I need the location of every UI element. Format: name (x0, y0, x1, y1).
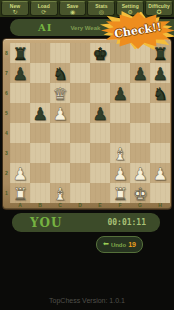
square-d5[interactable] (70, 103, 90, 123)
black-king-e8[interactable]: ♚ (90, 45, 110, 64)
square-a6[interactable] (10, 83, 30, 103)
square-e5[interactable]: ♟ (90, 103, 110, 123)
square-d2[interactable] (70, 163, 90, 183)
square-f4[interactable] (110, 123, 130, 143)
black-knight-h6[interactable]: ♞ (150, 85, 170, 104)
square-d8[interactable] (70, 43, 90, 63)
rank-label-2: 2 (3, 163, 10, 183)
stats-icon: ◎ (99, 9, 104, 15)
white-pawn-f2[interactable]: ♟ (110, 165, 130, 184)
square-g1[interactable]: ♚ (130, 183, 150, 203)
toolbar-button-load[interactable]: Load⟳ (30, 1, 58, 16)
white-rook-a1[interactable]: ♜ (10, 185, 30, 204)
square-a2[interactable]: ♟ (10, 163, 30, 183)
square-d6[interactable] (70, 83, 90, 103)
white-rook-f1[interactable]: ♜ (110, 185, 130, 204)
white-bishop-f3[interactable]: ♝ (110, 145, 130, 164)
file-label-h: H (150, 201, 170, 209)
square-h4[interactable] (150, 123, 170, 143)
square-h8[interactable]: ♜ (150, 43, 170, 63)
square-e6[interactable] (90, 83, 110, 103)
square-e1[interactable] (90, 183, 110, 203)
square-a7[interactable]: ♟ (10, 63, 30, 83)
black-pawn-e5[interactable]: ♟ (90, 105, 110, 124)
you-timer: 00:01:11 (107, 218, 146, 227)
undo-button[interactable]: ⬅ Undo 19 (96, 236, 143, 253)
square-c7[interactable]: ♞ (50, 63, 70, 83)
white-queen-c6[interactable]: ♛ (50, 85, 70, 104)
rank-label-8: 8 (3, 43, 10, 63)
square-h3[interactable] (150, 143, 170, 163)
square-c8[interactable] (50, 43, 70, 63)
black-knight-c7[interactable]: ♞ (50, 65, 70, 84)
black-pawn-g7[interactable]: ♟ (130, 65, 150, 84)
rank-label-4: 4 (3, 123, 10, 143)
chess-board[interactable]: ♜♚♜♟♞♟♟♛♟♞♟♟♟♝♟♟♟♟♜♝♜♚ (10, 43, 170, 203)
square-e3[interactable] (90, 143, 110, 163)
toolbar-button-setting[interactable]: Setting⚙ (116, 1, 144, 16)
square-g2[interactable]: ♟ (130, 163, 150, 183)
square-c4[interactable] (50, 123, 70, 143)
square-f5[interactable] (110, 103, 130, 123)
rank-label-5: 5 (3, 103, 10, 123)
square-a4[interactable] (10, 123, 30, 143)
white-pawn-c5[interactable]: ♟ (50, 105, 70, 124)
toolbar-button-stats[interactable]: Stats◎ (87, 1, 115, 16)
square-b4[interactable] (30, 123, 50, 143)
square-a1[interactable]: ♜ (10, 183, 30, 203)
square-g8[interactable] (130, 43, 150, 63)
rank-label-3: 3 (3, 143, 10, 163)
square-c3[interactable] (50, 143, 70, 163)
ai-timer: 0 (110, 24, 114, 31)
toolbar-button-new[interactable]: New↻ (1, 1, 29, 16)
square-b3[interactable] (30, 143, 50, 163)
square-g3[interactable] (130, 143, 150, 163)
load-icon: ⟳ (41, 9, 46, 15)
white-king-g1[interactable]: ♚ (130, 185, 150, 204)
square-h1[interactable] (150, 183, 170, 203)
square-h7[interactable]: ♟ (150, 63, 170, 83)
you-player-label: YOU (30, 216, 62, 230)
white-pawn-a2[interactable]: ♟ (10, 165, 30, 184)
square-d4[interactable] (70, 123, 90, 143)
square-e2[interactable] (90, 163, 110, 183)
square-b2[interactable] (30, 163, 50, 183)
version-text: TopChess Version: 1.0.1 (0, 297, 174, 304)
ai-player-label: AI (38, 22, 52, 33)
you-player-bar: YOU 00:01:11 (12, 213, 160, 232)
difficulty-icon: ✪ (157, 9, 162, 15)
toolbar-button-difficulty[interactable]: Difficulty✪ (145, 1, 173, 16)
square-d3[interactable] (70, 143, 90, 163)
file-label-b: B (30, 201, 50, 209)
undo-count: 19 (128, 241, 136, 248)
black-pawn-h7[interactable]: ♟ (150, 65, 170, 84)
chess-board-frame: 87654321 ♜♚♜♟♞♟♟♛♟♞♟♟♟♝♟♟♟♟♜♝♜♚ ABCDEFGH (2, 38, 172, 210)
square-h5[interactable] (150, 103, 170, 123)
square-b5[interactable]: ♟ (30, 103, 50, 123)
square-b8[interactable] (30, 43, 50, 63)
square-c1[interactable]: ♝ (50, 183, 70, 203)
black-pawn-a7[interactable]: ♟ (10, 65, 30, 84)
square-b6[interactable] (30, 83, 50, 103)
square-g7[interactable]: ♟ (130, 63, 150, 83)
app-screen: New↻Load⟳Save◉Stats◎Setting⚙Difficulty✪ … (0, 0, 174, 310)
square-g6[interactable] (130, 83, 150, 103)
square-a3[interactable] (10, 143, 30, 163)
square-f7[interactable] (110, 63, 130, 83)
ai-difficulty-label: Very Weak (70, 25, 100, 31)
square-a5[interactable] (10, 103, 30, 123)
new-icon: ↻ (12, 9, 17, 15)
square-g4[interactable] (130, 123, 150, 143)
rank-label-7: 7 (3, 63, 10, 83)
square-f6[interactable]: ♟ (110, 83, 130, 103)
file-label-d: D (70, 201, 90, 209)
rank-labels: 87654321 (3, 43, 10, 203)
save-icon: ◉ (70, 9, 75, 15)
top-toolbar: New↻Load⟳Save◉Stats◎Setting⚙Difficulty✪ (0, 0, 174, 17)
rank-label-1: 1 (3, 183, 10, 203)
black-pawn-b5[interactable]: ♟ (30, 105, 50, 124)
square-e8[interactable]: ♚ (90, 43, 110, 63)
square-b7[interactable] (30, 63, 50, 83)
square-f3[interactable]: ♝ (110, 143, 130, 163)
undo-label: Undo (111, 242, 126, 248)
square-c6[interactable]: ♛ (50, 83, 70, 103)
toolbar-button-save[interactable]: Save◉ (59, 1, 87, 16)
setting-icon: ⚙ (128, 9, 133, 15)
undo-row: ⬅ Undo 19 (0, 236, 174, 253)
square-d1[interactable] (70, 183, 90, 203)
square-b1[interactable] (30, 183, 50, 203)
black-rook-h8[interactable]: ♜ (150, 45, 170, 64)
white-pawn-h2[interactable]: ♟ (150, 165, 170, 184)
square-e7[interactable] (90, 63, 110, 83)
square-e4[interactable] (90, 123, 110, 143)
undo-arrow-icon: ⬅ (103, 237, 109, 252)
ai-player-bar: AI Very Weak 0 Check!! (10, 19, 174, 36)
square-f1[interactable]: ♜ (110, 183, 130, 203)
rank-label-6: 6 (3, 83, 10, 103)
square-d7[interactable] (70, 63, 90, 83)
black-pawn-f6[interactable]: ♟ (110, 85, 130, 104)
white-bishop-c1[interactable]: ♝ (50, 185, 70, 204)
file-label-e: E (90, 201, 110, 209)
square-h6[interactable]: ♞ (150, 83, 170, 103)
square-f8[interactable] (110, 43, 130, 63)
square-f2[interactable]: ♟ (110, 163, 130, 183)
square-c5[interactable]: ♟ (50, 103, 70, 123)
square-g5[interactable] (130, 103, 150, 123)
square-a8[interactable]: ♜ (10, 43, 30, 63)
black-rook-a8[interactable]: ♜ (10, 45, 30, 64)
square-h2[interactable]: ♟ (150, 163, 170, 183)
square-c2[interactable] (50, 163, 70, 183)
white-pawn-g2[interactable]: ♟ (130, 165, 150, 184)
